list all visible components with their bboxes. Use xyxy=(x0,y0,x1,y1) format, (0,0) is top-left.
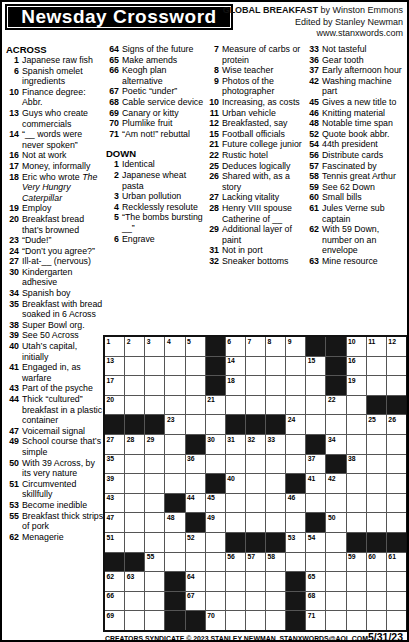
grid-cell[interactable] xyxy=(286,455,305,474)
grid-cell[interactable]: 45 xyxy=(206,494,225,513)
grid-cell[interactable] xyxy=(165,396,184,415)
grid-cell[interactable]: 30 xyxy=(206,435,225,454)
clue-item: 34Spanish boy xyxy=(6,288,104,299)
grid-cell[interactable] xyxy=(387,435,406,454)
grid-cell[interactable] xyxy=(165,455,184,474)
grid-cell[interactable] xyxy=(367,455,386,474)
grid-cell[interactable]: 52 xyxy=(186,533,205,552)
grid-cell[interactable]: 66 xyxy=(105,592,124,611)
grid-cell[interactable] xyxy=(387,513,406,532)
clue-text: Not at work xyxy=(22,150,67,160)
clue-number: 69 xyxy=(106,108,119,119)
grid-cell[interactable] xyxy=(145,611,164,630)
clue-number: 21 xyxy=(206,139,219,150)
grid-cell[interactable] xyxy=(347,396,366,415)
clue-number: 13 xyxy=(6,108,19,119)
grid-cell[interactable] xyxy=(266,592,285,611)
grid-cell[interactable] xyxy=(125,533,144,552)
grid-cell[interactable] xyxy=(326,611,345,630)
cell-number: 40 xyxy=(227,475,235,483)
grid-cell[interactable] xyxy=(246,592,265,611)
grid-cell[interactable] xyxy=(125,455,144,474)
clue-text: Urban pollution xyxy=(122,191,181,201)
grid-cell[interactable] xyxy=(226,572,245,591)
clue-text: With 39 Across, by its very nature xyxy=(22,458,95,479)
clue-text: Rustic hotel xyxy=(222,150,268,160)
grid-cell[interactable] xyxy=(367,474,386,493)
black-cell xyxy=(326,357,345,376)
black-cell xyxy=(186,513,205,532)
grid-cell[interactable]: 2 xyxy=(125,337,144,356)
grid-cell[interactable] xyxy=(165,553,184,572)
across-header: ACROSS xyxy=(6,44,104,55)
grid-cell[interactable] xyxy=(347,592,366,611)
grid-cell[interactable] xyxy=(145,455,164,474)
grid-cell[interactable]: 34 xyxy=(326,435,345,454)
grid-cell[interactable] xyxy=(286,376,305,395)
grid-cell[interactable]: 6 xyxy=(226,337,245,356)
grid-cell[interactable] xyxy=(326,494,345,513)
grid-cell[interactable]: 62 xyxy=(105,572,124,591)
grid-cell[interactable]: 57 xyxy=(246,553,265,572)
grid-cell[interactable]: 12 xyxy=(387,337,406,356)
grid-cell[interactable] xyxy=(286,396,305,415)
grid-cell[interactable] xyxy=(387,474,406,493)
clue-item: 10Increasing, as costs xyxy=(206,97,307,108)
grid-cell[interactable] xyxy=(306,415,325,434)
grid-cell[interactable] xyxy=(246,572,265,591)
clue-text: Kindergarten adhesive xyxy=(22,267,72,288)
grid-cell[interactable]: 40 xyxy=(226,474,245,493)
grid-cell[interactable]: 63 xyxy=(125,572,144,591)
grid-cell[interactable]: 33 xyxy=(266,435,285,454)
clue-number: 24 xyxy=(6,246,19,257)
cell-number: 50 xyxy=(328,514,336,522)
grid-cell[interactable] xyxy=(186,396,205,415)
clue-text: Eric who wrote The Very Hungry Caterpill… xyxy=(22,172,97,203)
down-header: DOWN xyxy=(106,148,206,159)
clue-item: 45Gives a new title to xyxy=(306,97,408,108)
clue-number: 30 xyxy=(6,267,19,278)
grid-cell[interactable] xyxy=(226,592,245,611)
clue-number: 25 xyxy=(206,161,219,172)
cell-number: 19 xyxy=(348,377,356,385)
clue-number: 27 xyxy=(206,192,219,203)
grid-cell[interactable] xyxy=(266,611,285,630)
grid-cell[interactable] xyxy=(286,435,305,454)
grid-cell[interactable] xyxy=(125,592,144,611)
grid-cell[interactable]: 42 xyxy=(326,474,345,493)
grid-cell[interactable] xyxy=(266,376,285,395)
grid-cell[interactable]: 59 xyxy=(347,553,366,572)
grid-cell[interactable] xyxy=(226,494,245,513)
clue-number: 22 xyxy=(206,150,219,161)
grid-cell[interactable] xyxy=(306,396,325,415)
clue-number: 35 xyxy=(6,299,19,310)
clue-text: Breakfasted, say xyxy=(222,118,288,128)
grid-cell[interactable] xyxy=(125,357,144,376)
grid-cell[interactable] xyxy=(246,494,265,513)
clue-number: 10 xyxy=(206,97,219,108)
grid-cell[interactable] xyxy=(387,376,406,395)
grid-cell[interactable]: 54 xyxy=(306,533,325,552)
grid-cell[interactable] xyxy=(186,415,205,434)
clue-text: Money, informally xyxy=(22,161,90,171)
clue-item: 60Small bills xyxy=(306,192,408,203)
grid-cell[interactable]: 13 xyxy=(105,357,124,376)
grid-cell[interactable] xyxy=(347,435,366,454)
grid-cell[interactable]: 65 xyxy=(306,572,325,591)
grid-cell[interactable]: 21 xyxy=(206,396,225,415)
grid-cell[interactable] xyxy=(145,572,164,591)
grid-cell[interactable]: 47 xyxy=(105,513,124,532)
grid-cell[interactable]: 14 xyxy=(226,357,245,376)
grid-cell[interactable] xyxy=(186,376,205,395)
grid-cell[interactable] xyxy=(246,376,265,395)
grid-cell[interactable] xyxy=(226,455,245,474)
grid-cell[interactable] xyxy=(306,376,325,395)
grid-cell[interactable] xyxy=(206,572,225,591)
grid-cell[interactable]: 46 xyxy=(286,494,305,513)
clue-item: 7Measure of carbs or protein xyxy=(206,44,307,65)
grid-cell[interactable] xyxy=(387,611,406,630)
grid-cell[interactable] xyxy=(186,474,205,493)
grid-cell[interactable] xyxy=(347,513,366,532)
grid-cell[interactable]: 7 xyxy=(246,337,265,356)
clue-text: Measure of carbs or protein xyxy=(222,44,300,65)
grid-cell[interactable] xyxy=(367,513,386,532)
grid-cell[interactable] xyxy=(266,494,285,513)
cell-number: 43 xyxy=(107,494,115,502)
cell-number: 8 xyxy=(268,338,272,346)
clue-number: 45 xyxy=(306,97,319,108)
grid-cell[interactable] xyxy=(186,357,205,376)
clue-number: 8 xyxy=(206,65,219,76)
clue-item: 65Make amends xyxy=(106,55,206,66)
grid-cell[interactable] xyxy=(326,572,345,591)
clue-number: 65 xyxy=(106,55,119,66)
cell-number: 42 xyxy=(328,475,336,483)
grid-cell[interactable] xyxy=(206,533,225,552)
grid-cell[interactable]: 51 xyxy=(105,533,124,552)
grid-cell[interactable] xyxy=(367,435,386,454)
grid-cell[interactable] xyxy=(145,592,164,611)
grid-cell[interactable]: 37 xyxy=(306,455,325,474)
clue-number: 6 xyxy=(106,234,119,245)
grid-cell[interactable]: 48 xyxy=(165,513,184,532)
grid-cell[interactable]: 56 xyxy=(226,553,245,572)
clue-item: 69Canary or kitty xyxy=(106,108,206,119)
grid-cell[interactable] xyxy=(145,357,164,376)
clue-item: 31Not in port xyxy=(206,245,307,256)
grid-cell[interactable] xyxy=(145,474,164,493)
grid-cell[interactable] xyxy=(387,494,406,513)
clue-item: 67Poetic “under” xyxy=(106,86,206,97)
cell-number: 20 xyxy=(107,396,115,404)
grid-cell[interactable]: 61 xyxy=(387,553,406,572)
grid-cell[interactable] xyxy=(367,572,386,591)
grid-cell[interactable] xyxy=(266,474,285,493)
clue-item: 29Additional layer of paint xyxy=(206,224,307,245)
grid-cell[interactable] xyxy=(125,611,144,630)
grid-cell[interactable] xyxy=(246,513,265,532)
clue-number: 6 xyxy=(6,66,19,77)
grid-cell[interactable] xyxy=(266,572,285,591)
black-cell xyxy=(206,357,225,376)
grid-cell[interactable]: 22 xyxy=(326,396,345,415)
grid-cell[interactable]: 3 xyxy=(145,337,164,356)
grid-cell[interactable] xyxy=(165,376,184,395)
grid-cell[interactable]: 69 xyxy=(105,611,124,630)
grid-cell[interactable]: 53 xyxy=(286,533,305,552)
grid-cell[interactable] xyxy=(145,376,164,395)
grid-cell[interactable]: 26 xyxy=(387,415,406,434)
grid-cell[interactable]: 11 xyxy=(367,337,386,356)
grid-cell[interactable] xyxy=(286,553,305,572)
cell-number: 57 xyxy=(247,553,255,561)
grid-cell[interactable]: 70 xyxy=(206,611,225,630)
clue-item: 3Urban pollution xyxy=(106,191,206,202)
black-cell xyxy=(306,337,325,356)
grid-cell[interactable]: 23 xyxy=(165,415,184,434)
grid-cell[interactable] xyxy=(246,455,265,474)
black-cell xyxy=(306,435,325,454)
grid-cell[interactable] xyxy=(326,533,345,552)
clue-number: 59 xyxy=(306,182,319,193)
grid-cell[interactable] xyxy=(387,455,406,474)
grid-cell[interactable]: 43 xyxy=(105,494,124,513)
grid-cell[interactable]: 32 xyxy=(246,435,265,454)
cell-number: 5 xyxy=(187,338,191,346)
grid-cell[interactable] xyxy=(367,376,386,395)
clue-item: 5444th president xyxy=(306,139,408,150)
grid-cell[interactable] xyxy=(206,455,225,474)
clue-item: 68Cable service device xyxy=(106,97,206,108)
grid-cell[interactable] xyxy=(286,513,305,532)
cell-number: 59 xyxy=(348,553,356,561)
cell-number: 54 xyxy=(308,534,316,542)
clue-text: Henry VIII spouse Catherine of __ xyxy=(222,203,292,224)
clue-item: 39See 50 Across xyxy=(6,330,104,341)
grid-cell[interactable]: 8 xyxy=(266,337,285,356)
grid-cell[interactable]: 20 xyxy=(105,396,124,415)
grid-cell[interactable] xyxy=(367,494,386,513)
grid-cell[interactable] xyxy=(186,553,205,572)
grid-cell[interactable] xyxy=(165,474,184,493)
grid-cell[interactable] xyxy=(165,357,184,376)
black-cell xyxy=(165,611,184,630)
grid-cell[interactable] xyxy=(347,494,366,513)
grid-cell[interactable]: 55 xyxy=(145,553,164,572)
grid-cell[interactable] xyxy=(125,376,144,395)
grid-cell[interactable] xyxy=(226,396,245,415)
clue-number: 71 xyxy=(106,129,119,140)
clue-text: Employ xyxy=(22,203,51,213)
cell-number: 15 xyxy=(308,357,316,365)
grid-cell[interactable] xyxy=(347,611,366,630)
grid-cell[interactable] xyxy=(326,592,345,611)
grid-cell[interactable] xyxy=(125,494,144,513)
grid-cell[interactable]: 9 xyxy=(286,337,305,356)
cell-number: 37 xyxy=(308,455,316,463)
cell-number: 14 xyxy=(227,357,235,365)
clue-number: 16 xyxy=(6,150,19,161)
clue-text: Recklessly resolute xyxy=(122,202,198,212)
grid-cell[interactable] xyxy=(226,513,245,532)
grid-cell[interactable]: 38 xyxy=(347,455,366,474)
clue-item: 26Shared with, as a story xyxy=(206,171,307,192)
grid-cell[interactable]: 10 xyxy=(347,337,366,356)
clue-number: 36 xyxy=(306,55,319,66)
cell-number: 60 xyxy=(368,553,376,561)
grid-cell[interactable]: 29 xyxy=(145,435,164,454)
clue-text: Washing machine part xyxy=(322,76,392,97)
clue-text: Notable time span xyxy=(322,118,393,128)
grid-cell[interactable]: 68 xyxy=(306,592,325,611)
grid-cell[interactable] xyxy=(266,513,285,532)
grid-cell[interactable]: 18 xyxy=(226,376,245,395)
clue-column-across: ACROSS 1Japanese raw fish6Spanish omelet… xyxy=(6,44,104,542)
clue-text: Ill-at-__ (nervous) xyxy=(22,256,91,266)
grid-cell[interactable] xyxy=(165,533,184,552)
grid-cell[interactable]: 15 xyxy=(306,357,325,376)
grid-cell[interactable]: 60 xyxy=(367,553,386,572)
grid-cell[interactable] xyxy=(347,474,366,493)
grid-cell[interactable] xyxy=(125,474,144,493)
clue-text: Breakfast with bread soaked in 6 Across xyxy=(22,299,102,320)
clue-item: 1Identical xyxy=(106,159,206,170)
grid-cell[interactable]: 24 xyxy=(286,415,305,434)
puzzle-website: www.stanxwords.com xyxy=(223,28,403,40)
cell-number: 27 xyxy=(107,436,115,444)
grid-cell[interactable] xyxy=(246,357,265,376)
grid-cell[interactable] xyxy=(306,494,325,513)
clue-item: 63Mine resource xyxy=(306,256,408,267)
grid-cell[interactable] xyxy=(266,396,285,415)
clue-text: Make amends xyxy=(122,55,177,65)
clue-number: 19 xyxy=(6,203,19,214)
grid-cell[interactable] xyxy=(145,396,164,415)
clue-item: 38Super Bowl org. xyxy=(6,320,104,331)
grid-cell[interactable]: 44 xyxy=(186,494,205,513)
grid-cell[interactable] xyxy=(145,513,164,532)
clue-text: With 59 Down, number on an envelope xyxy=(322,224,379,255)
grid-cell[interactable]: 58 xyxy=(266,553,285,572)
grid-cell[interactable]: 67 xyxy=(186,592,205,611)
grid-cell[interactable]: 5 xyxy=(186,337,205,356)
cell-number: 1 xyxy=(107,338,111,346)
black-cell xyxy=(367,533,386,552)
black-cell xyxy=(246,415,265,434)
cell-number: 41 xyxy=(308,475,316,483)
clue-text: Increasing, as costs xyxy=(222,97,300,107)
clue-text: Plumlike fruit xyxy=(122,118,172,128)
grid-cell[interactable]: 25 xyxy=(367,415,386,434)
clue-text: Japanese wheat pasta xyxy=(122,170,186,191)
cell-number: 61 xyxy=(388,553,396,561)
grid-cell[interactable] xyxy=(286,357,305,376)
grid-cell[interactable] xyxy=(387,592,406,611)
grid-cell[interactable]: 19 xyxy=(347,376,366,395)
grid-cell[interactable] xyxy=(145,494,164,513)
grid-cell[interactable] xyxy=(347,415,366,434)
grid-cell[interactable]: 27 xyxy=(105,435,124,454)
grid-cell[interactable]: 17 xyxy=(105,376,124,395)
grid-cell[interactable]: 16 xyxy=(347,357,366,376)
grid-cell[interactable] xyxy=(347,572,366,591)
cell-number: 56 xyxy=(227,553,235,561)
grid-cell[interactable] xyxy=(266,455,285,474)
grid-cell[interactable] xyxy=(266,357,285,376)
grid-cell[interactable]: 31 xyxy=(226,435,245,454)
grid-cell[interactable] xyxy=(387,572,406,591)
grid-cell[interactable]: 4 xyxy=(165,337,184,356)
grid-cell[interactable]: 36 xyxy=(186,455,205,474)
clue-item: 51Circumvented skillfully xyxy=(6,479,104,500)
grid-cell[interactable]: 71 xyxy=(306,611,325,630)
clue-number: 38 xyxy=(6,320,19,331)
grid-cell[interactable] xyxy=(246,396,265,415)
grid-cell[interactable] xyxy=(326,553,345,572)
grid-cell[interactable] xyxy=(125,396,144,415)
grid-cell[interactable] xyxy=(326,415,345,434)
grid-cell[interactable]: 28 xyxy=(125,435,144,454)
grid-cell[interactable] xyxy=(226,611,245,630)
clue-text: Cable service device xyxy=(122,97,203,107)
grid-cell[interactable] xyxy=(206,415,225,434)
cell-number: 55 xyxy=(147,553,155,561)
grid-cell[interactable] xyxy=(367,357,386,376)
footer: CREATORS SYNDICATE © 2023 STANLEY NEWMAN… xyxy=(105,631,403,642)
clue-item: 6Spanish omelet ingredients xyxy=(6,66,104,87)
clue-number: 49 xyxy=(6,436,19,447)
black-cell xyxy=(347,533,366,552)
grid-cell[interactable]: 1 xyxy=(105,337,124,356)
clue-item: 2Japanese wheat pasta xyxy=(106,170,206,191)
grid-cell[interactable] xyxy=(367,611,386,630)
grid-cell[interactable] xyxy=(367,592,386,611)
clue-number: 70 xyxy=(106,118,119,129)
cell-number: 65 xyxy=(308,573,316,581)
grid-cell[interactable] xyxy=(246,474,265,493)
grid-cell[interactable]: 41 xyxy=(306,474,325,493)
grid-cell[interactable]: 39 xyxy=(105,474,124,493)
black-cell xyxy=(266,533,285,552)
cell-number: 7 xyxy=(247,338,251,346)
clue-item: 59See 62 Down xyxy=(306,182,408,193)
grid-cell[interactable] xyxy=(165,435,184,454)
page-title: Newsday Crossword xyxy=(21,6,216,28)
grid-cell[interactable]: 35 xyxy=(105,455,124,474)
grid-cell[interactable] xyxy=(387,357,406,376)
grid-cell[interactable] xyxy=(306,553,325,572)
clue-item: 62Menagerie xyxy=(6,532,104,543)
grid-cell[interactable] xyxy=(246,611,265,630)
cell-number: 49 xyxy=(207,514,215,522)
grid-cell[interactable] xyxy=(206,553,225,572)
clue-text: Jules Verne sub captain xyxy=(322,203,385,224)
grid-cell[interactable]: 50 xyxy=(326,513,345,532)
grid-cell[interactable]: 49 xyxy=(206,513,225,532)
clue-number: 43 xyxy=(6,383,19,394)
cell-number: 16 xyxy=(348,357,356,365)
grid-cell[interactable] xyxy=(145,533,164,552)
clue-text: Urban vehicle xyxy=(222,108,276,118)
clue-text: Part of the psyche xyxy=(22,383,93,393)
grid-cell[interactable]: 64 xyxy=(186,572,205,591)
grid-cell[interactable] xyxy=(125,513,144,532)
grid-cell[interactable] xyxy=(206,592,225,611)
